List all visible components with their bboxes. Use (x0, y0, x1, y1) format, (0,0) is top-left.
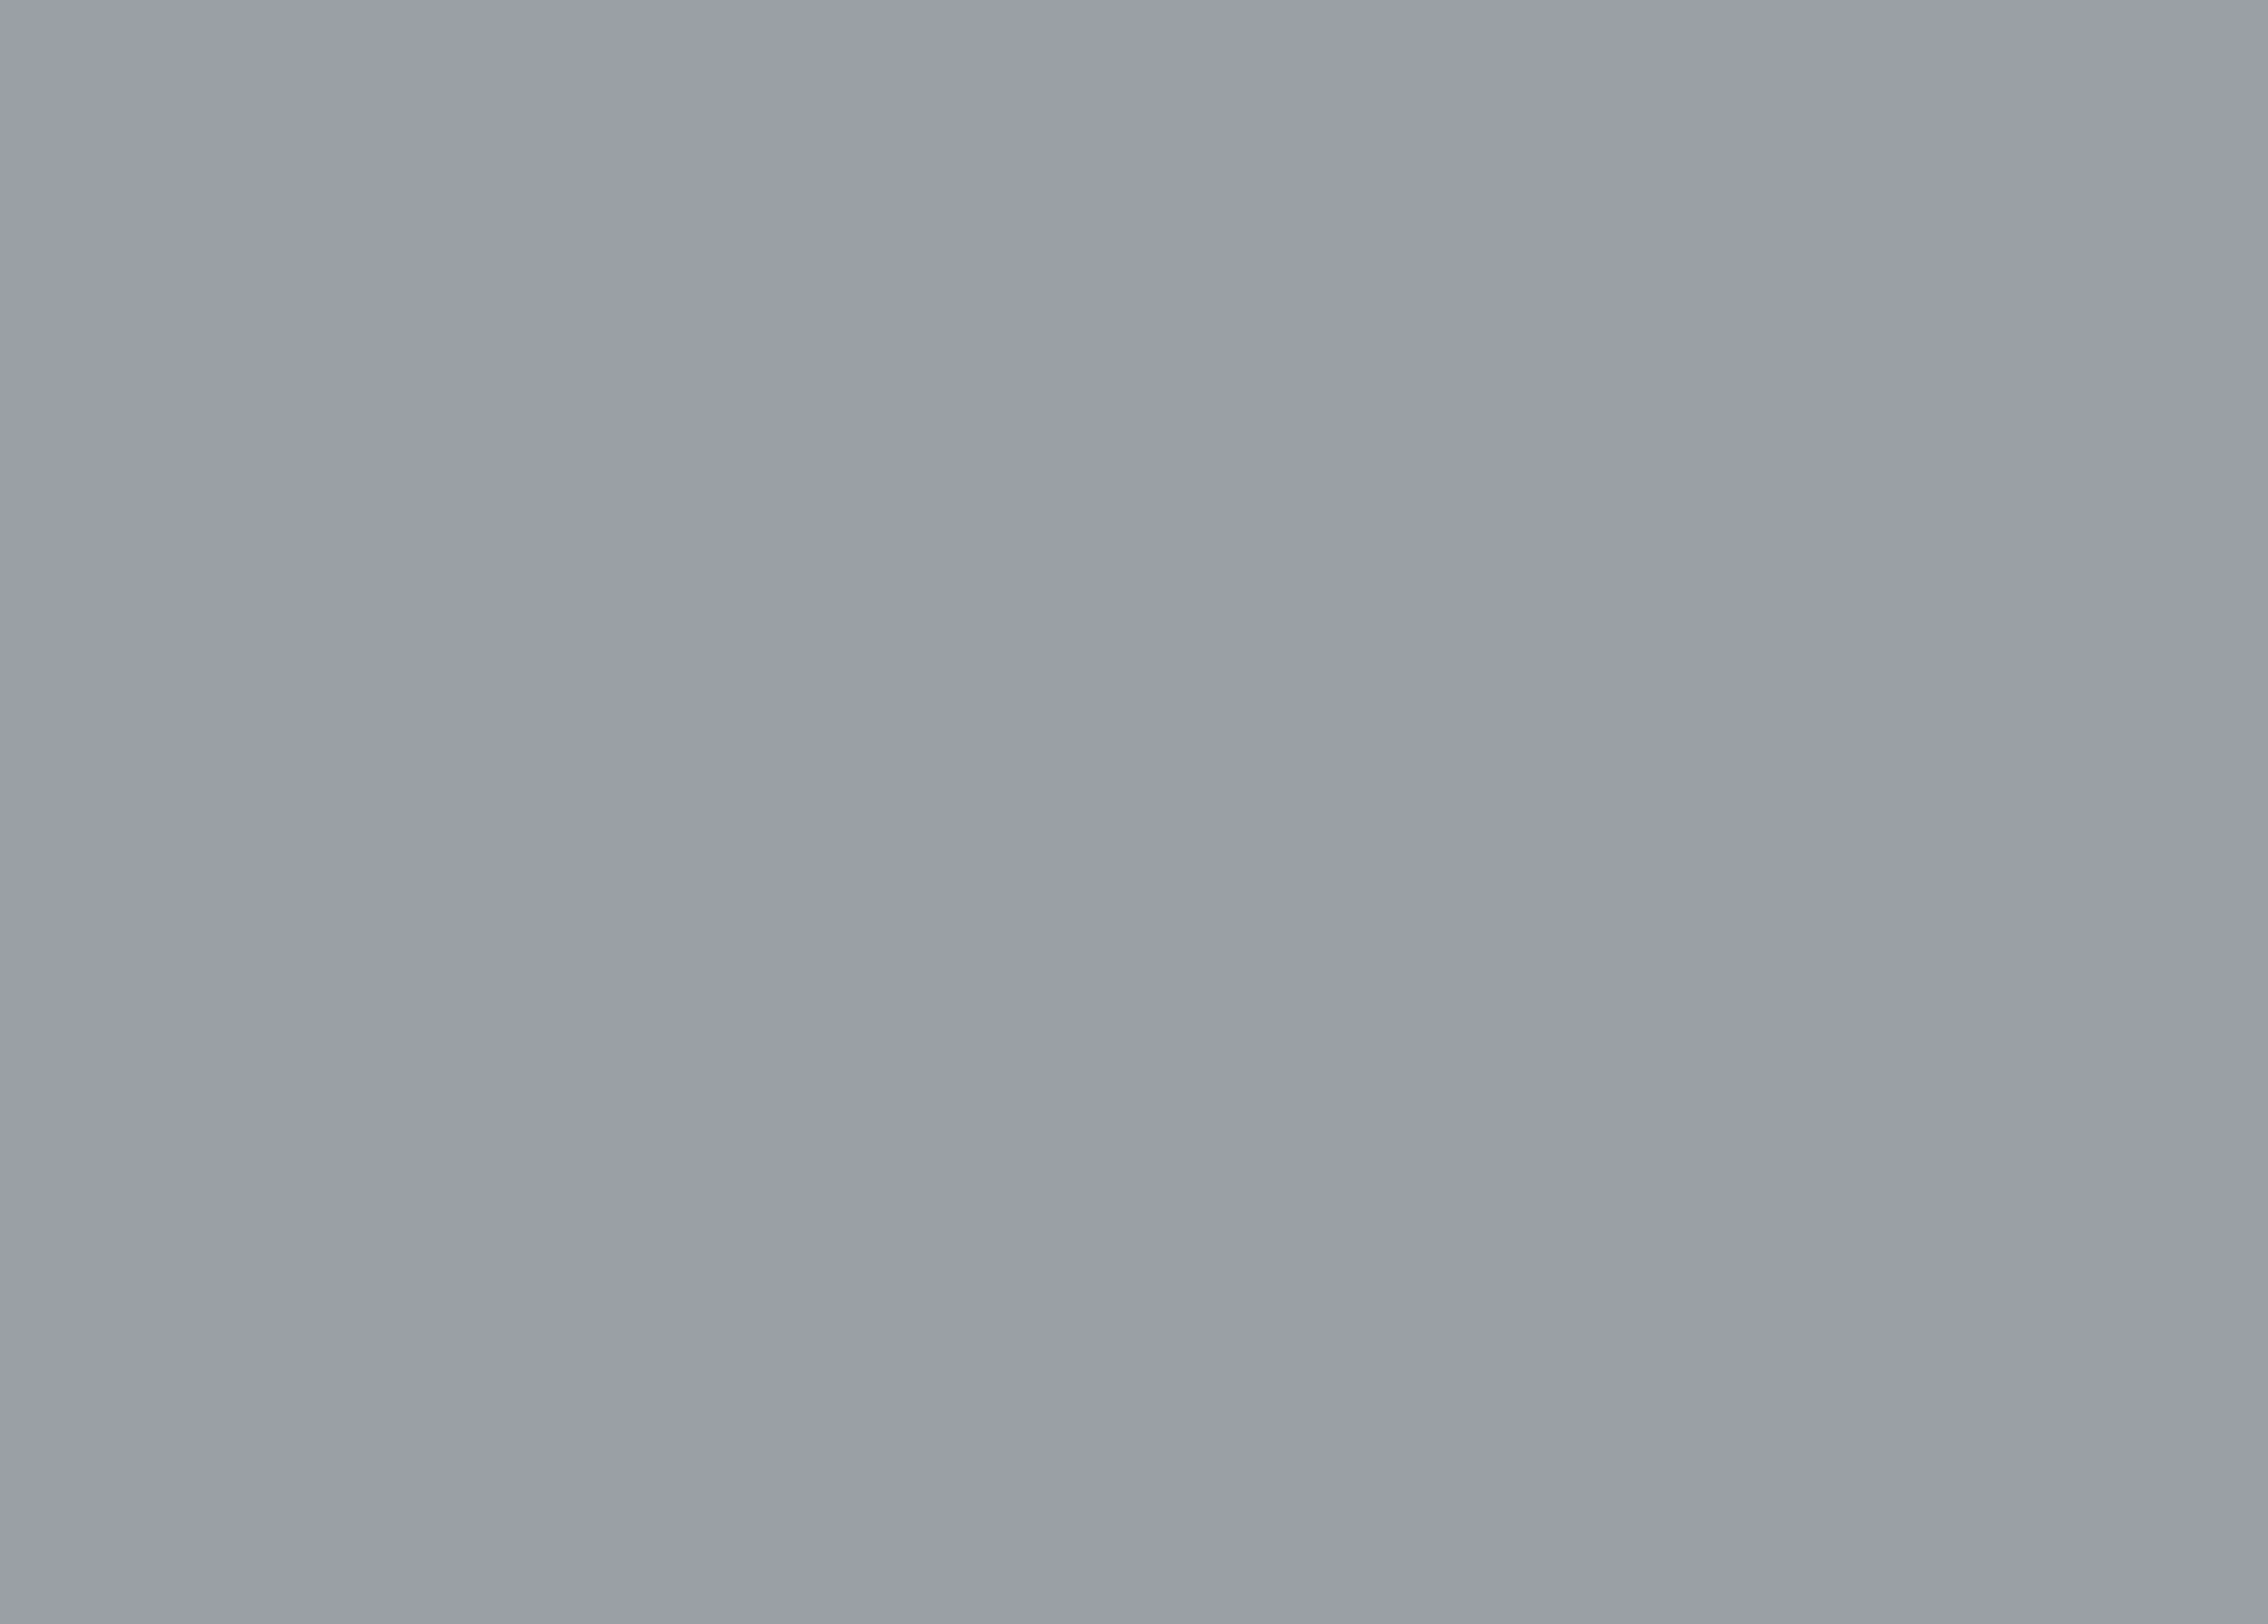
chessboard-photo (0, 0, 2268, 1514)
chess-photo-scene (0, 0, 2268, 1514)
